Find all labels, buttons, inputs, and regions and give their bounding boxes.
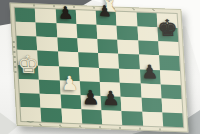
photo-of-chessboard: ✦ ♟♚♚♟♟♟♟♝♟ xyxy=(0,0,200,134)
square-c4[interactable] xyxy=(77,38,98,53)
piece-black-p-g5[interactable]: ♟ xyxy=(102,89,121,109)
square-a4[interactable] xyxy=(75,10,96,25)
chess-board: ✦ ♟♚♚♟♟♟♟♝♟ xyxy=(10,3,189,133)
square-h6[interactable] xyxy=(122,111,143,126)
square-b4[interactable] xyxy=(76,24,97,39)
square-d8[interactable] xyxy=(159,56,180,71)
square-f1[interactable] xyxy=(19,79,40,94)
square-d2[interactable] xyxy=(37,51,58,66)
square-c7[interactable] xyxy=(138,41,159,56)
square-g6[interactable] xyxy=(121,97,142,112)
square-a7[interactable] xyxy=(136,12,157,27)
square-h4[interactable] xyxy=(81,109,102,124)
square-b5[interactable] xyxy=(97,25,118,40)
square-b3[interactable] xyxy=(56,23,77,38)
square-e5[interactable] xyxy=(99,68,120,83)
square-b1[interactable] xyxy=(16,22,37,37)
square-d3[interactable] xyxy=(58,52,79,67)
square-e2[interactable] xyxy=(38,65,59,80)
square-f7[interactable] xyxy=(140,83,161,98)
square-f6[interactable] xyxy=(120,82,141,97)
square-a1[interactable] xyxy=(15,8,36,23)
square-b7[interactable] xyxy=(137,27,158,42)
piece-black-k-b8[interactable]: ♚ xyxy=(157,16,179,40)
piece-white-p-f3[interactable]: ♟ xyxy=(60,73,78,93)
square-c5[interactable] xyxy=(97,39,118,54)
square-h7[interactable] xyxy=(142,112,163,127)
square-g8[interactable] xyxy=(161,98,182,113)
square-b6[interactable] xyxy=(117,26,138,41)
piece-white-k-e1[interactable]: ♚ xyxy=(17,52,40,77)
square-g1[interactable] xyxy=(20,93,41,108)
square-d4[interactable] xyxy=(78,53,99,68)
square-h2[interactable] xyxy=(41,108,62,123)
square-e6[interactable] xyxy=(119,68,140,83)
square-g7[interactable] xyxy=(141,97,162,112)
square-f2[interactable] xyxy=(39,79,60,94)
square-d5[interactable] xyxy=(98,53,119,68)
square-h3[interactable] xyxy=(61,108,82,123)
square-c8[interactable] xyxy=(158,41,179,56)
square-e8[interactable] xyxy=(160,70,181,85)
square-d6[interactable] xyxy=(118,54,139,69)
square-g2[interactable] xyxy=(40,94,61,109)
piece-black-p-a3[interactable]: ♟ xyxy=(57,4,73,22)
square-c3[interactable] xyxy=(57,38,78,53)
square-a2[interactable] xyxy=(35,9,56,24)
square-h5[interactable] xyxy=(101,110,122,125)
square-b2[interactable] xyxy=(36,23,57,38)
square-g3[interactable] xyxy=(60,94,81,109)
square-h1[interactable] xyxy=(21,107,42,122)
offboard-piece-bp[interactable]: ♟ xyxy=(98,4,112,20)
square-h8[interactable] xyxy=(162,112,183,127)
piece-black-p-g4[interactable]: ♟ xyxy=(81,88,100,108)
square-c6[interactable] xyxy=(118,40,139,55)
square-e4[interactable] xyxy=(79,67,100,82)
square-c2[interactable] xyxy=(37,37,58,52)
piece-black-p-e7[interactable]: ♟ xyxy=(141,63,159,82)
square-f8[interactable] xyxy=(161,84,182,99)
